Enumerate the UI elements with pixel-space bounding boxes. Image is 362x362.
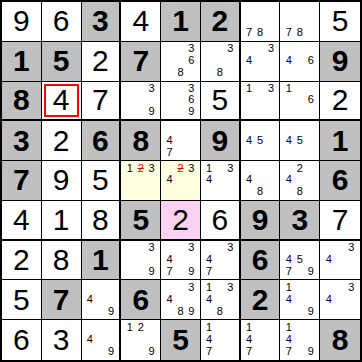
cell-r6c6[interactable]: 6 [201,201,241,241]
pencil-marks: 368 [161,42,200,81]
cell-r3c9[interactable]: 2 [320,82,360,122]
pencil-marks: 49 [82,320,120,360]
candidate-4: 4 [244,333,255,345]
cell-r5c8[interactable]: 248 [280,161,320,201]
given-digit: 5 [132,205,149,235]
cell-r1c2[interactable]: 6 [42,2,82,42]
candidate-9: 9 [146,346,157,358]
cell-r3c8[interactable]: 16 [280,82,320,122]
cell-r8c8[interactable]: 149 [280,280,320,320]
cell-r4c4[interactable]: 8 [121,121,161,161]
candidate-4: 4 [204,333,215,345]
pencil-marks: 46 [280,42,319,81]
cell-r3c1[interactable]: 8 [2,82,42,122]
cell-r9c6[interactable]: 147 [201,320,241,360]
cell-r2c7[interactable]: 34 [241,42,281,82]
candidate-1: 1 [124,321,135,333]
cell-r1c6[interactable]: 2 [201,2,241,42]
candidate-4: 4 [164,174,175,186]
cell-r9c8[interactable]: 1479 [280,320,320,360]
pencil-marks: 234 [161,161,200,200]
pencil-marks: 147 [201,320,239,360]
cell-r7c5[interactable]: 3479 [161,241,201,281]
pencil-marks: 48 [241,161,280,200]
candidate-3: 3 [266,83,277,95]
cell-r4c9[interactable]: 1 [320,121,360,161]
candidate-9: 9 [186,106,197,118]
candidate-2: 2 [135,321,146,333]
candidate-4: 4 [244,134,255,146]
cell-r7c3[interactable]: 1 [82,241,122,281]
sudoku-board: 9634127878515273683834469847393695131623… [0,0,362,362]
candidate-9: 9 [186,305,197,317]
candidate-7: 7 [283,266,294,278]
candidate-7: 7 [204,266,215,278]
candidate-4: 4 [323,254,334,266]
cell-r4c3[interactable]: 6 [82,121,122,161]
cell-r2c4[interactable]: 7 [121,42,161,82]
candidate-1: 1 [283,83,294,95]
candidate-3: 3 [146,162,157,174]
candidate-3: 3 [146,83,157,95]
candidate-2-eliminated: 2 [175,162,186,174]
candidate-4: 4 [283,174,294,186]
given-digit: 1 [92,245,109,275]
cell-r8c9[interactable]: 34 [320,280,360,320]
given-digit: 9 [252,205,269,235]
given-digit: 1 [13,46,30,76]
given-digit: 6 [332,165,349,195]
cell-r6c8[interactable]: 3 [280,201,320,241]
cell-r6c9[interactable]: 7 [320,201,360,241]
candidate-4: 4 [204,174,215,186]
candidate-6: 6 [186,55,197,67]
pencil-marks: 38 [201,42,239,81]
candidate-5: 5 [294,254,305,266]
pencil-marks: 3489 [161,280,200,319]
cell-r1c4[interactable]: 4 [121,2,161,42]
solved-digit: 8 [53,245,70,275]
candidate-7: 7 [244,27,255,39]
pencil-marks: 39 [121,241,160,280]
solved-digit: 4 [53,85,70,115]
candidate-5: 5 [294,134,305,146]
cell-r7c7[interactable]: 6 [241,241,281,281]
given-digit: 6 [252,245,269,275]
cell-r7c9[interactable]: 34 [320,241,360,281]
pencil-marks: 34 [241,42,280,81]
cell-r9c1[interactable]: 6 [2,320,42,360]
candidate-9: 9 [146,266,157,278]
given-digit: 9 [332,46,349,76]
candidate-1: 1 [204,321,215,333]
cell-r7c8[interactable]: 4579 [280,241,320,281]
pencil-marks: 248 [280,161,319,200]
cell-r2c9[interactable]: 9 [320,42,360,82]
candidate-4: 4 [244,174,255,186]
cell-r8c1[interactable]: 5 [2,280,42,320]
cell-r7c6[interactable]: 347 [201,241,241,281]
candidate-3: 3 [225,43,236,55]
pencil-marks: 1348 [201,280,239,319]
candidate-7: 7 [283,346,294,358]
cell-r1c3[interactable]: 3 [82,2,122,42]
given-digit: 5 [172,325,189,355]
candidate-3: 3 [225,242,236,254]
pencil-marks: 3479 [161,241,200,280]
candidate-4: 4 [283,134,294,146]
solved-digit: 2 [332,85,349,115]
candidate-5: 5 [255,134,266,146]
candidate-1: 1 [283,321,294,333]
candidate-4: 4 [85,293,96,305]
pencil-marks: 49 [82,280,120,319]
cell-r8c4[interactable]: 6 [121,280,161,320]
given-digit: 6 [92,126,109,156]
candidate-7: 7 [244,346,255,358]
candidate-4: 4 [85,333,96,345]
candidate-8: 8 [175,67,186,79]
given-digit: 8 [132,126,149,156]
cell-r9c3[interactable]: 49 [82,320,122,360]
solved-digit: 5 [211,85,228,115]
pencil-marks: 1479 [280,320,319,360]
candidate-3: 3 [146,242,157,254]
solved-digit: 2 [53,126,70,156]
given-digit: 3 [291,205,308,235]
candidate-4: 4 [283,333,294,345]
given-digit: 2 [252,285,269,315]
solved-digit: 9 [53,165,70,195]
cell-r3c3[interactable]: 7 [82,82,122,122]
candidate-4: 4 [283,254,294,266]
solved-digit: 6 [211,205,228,235]
candidate-8: 8 [214,67,225,79]
cell-r6c4[interactable]: 5 [121,201,161,241]
cell-r7c1[interactable]: 2 [2,241,42,281]
cell-r8c2[interactable]: 7 [42,280,82,320]
pencil-marks: 45 [280,121,319,160]
solved-digit: 7 [332,205,349,235]
cell-r8c6[interactable]: 1348 [201,280,241,320]
pencil-marks: 78 [280,2,319,41]
solved-digit: 6 [13,325,30,355]
cell-r2c1[interactable]: 1 [2,42,42,82]
pencil-marks: 134 [201,161,239,200]
cell-r5c7[interactable]: 48 [241,161,281,201]
cell-r1c7[interactable]: 78 [241,2,281,42]
candidate-3: 3 [186,83,197,95]
solved-digit: 7 [92,85,109,115]
given-digit: 5 [53,46,70,76]
pencil-marks: 149 [280,280,319,319]
solved-digit: 6 [53,6,70,36]
cell-r6c2[interactable]: 1 [42,201,82,241]
cell-r8c7[interactable]: 2 [241,280,281,320]
given-digit: 1 [172,6,189,36]
candidate-1: 1 [244,321,255,333]
candidate-6: 6 [186,94,197,106]
solved-digit: 2 [13,245,30,275]
candidate-9: 9 [106,305,117,317]
candidate-8: 8 [255,186,266,198]
candidate-6: 6 [305,94,316,106]
cell-r4c2[interactable]: 2 [42,121,82,161]
candidate-4: 4 [164,254,175,266]
cell-r4c5[interactable]: 47 [161,121,201,161]
cell-r2c8[interactable]: 46 [280,42,320,82]
candidate-1: 1 [124,162,135,174]
pencil-marks: 47 [161,121,200,160]
candidate-4: 4 [204,254,215,266]
candidate-4: 4 [244,55,255,67]
cell-r1c1[interactable]: 9 [2,2,42,42]
cell-r9c9[interactable]: 8 [320,320,360,360]
cell-r3c4[interactable]: 39 [121,82,161,122]
cell-r5c9[interactable]: 6 [320,161,360,201]
given-digit: 7 [132,46,149,76]
given-digit: 7 [53,285,70,315]
candidate-3: 3 [266,43,277,55]
cell-r4c8[interactable]: 45 [280,121,320,161]
candidate-4: 4 [204,293,215,305]
candidate-4: 4 [323,293,334,305]
candidate-1: 1 [204,281,215,293]
candidate-8: 8 [175,305,186,317]
solved-digit: 2 [172,205,189,235]
candidate-3: 3 [186,242,197,254]
cell-r3c2[interactable]: 4 [42,82,82,122]
cell-r2c3[interactable]: 2 [82,42,122,82]
given-digit: 1 [332,126,349,156]
cell-r5c1[interactable]: 7 [2,161,42,201]
pencil-marks: 369 [161,82,200,120]
cell-r5c6[interactable]: 134 [201,161,241,201]
given-digit: 8 [332,325,349,355]
cell-r5c4[interactable]: 123 [121,161,161,201]
solved-digit: 4 [132,6,149,36]
cell-r3c5[interactable]: 369 [161,82,201,122]
given-digit: 2 [211,6,228,36]
cell-r4c7[interactable]: 45 [241,121,281,161]
solved-digit: 4 [13,205,30,235]
pencil-marks: 34 [320,280,360,319]
candidate-4: 4 [283,55,294,67]
candidate-8: 8 [294,186,305,198]
pencil-marks: 129 [121,320,160,360]
cell-r8c5[interactable]: 3489 [161,280,201,320]
candidate-3: 3 [186,43,197,55]
candidate-9: 9 [305,305,316,317]
candidate-3: 3 [186,281,197,293]
candidate-9: 9 [106,346,117,358]
candidate-2-eliminated: 2 [135,162,146,174]
cell-r9c7[interactable]: 147 [241,320,281,360]
candidate-7: 7 [283,27,294,39]
given-digit: 3 [13,126,30,156]
pencil-marks: 45 [241,121,280,160]
cell-r5c3[interactable]: 5 [82,161,122,201]
given-digit: 8 [13,85,30,115]
candidate-9: 9 [305,266,316,278]
candidate-3: 3 [346,281,357,293]
cell-r4c6[interactable]: 9 [201,121,241,161]
pencil-marks: 34 [320,241,360,280]
cell-r7c2[interactable]: 8 [42,241,82,281]
candidate-4: 4 [164,134,175,146]
given-digit: 7 [13,165,30,195]
pencil-marks: 39 [121,82,160,120]
cell-r6c5[interactable]: 2 [161,201,201,241]
candidate-7: 7 [204,346,215,358]
cell-r3c7[interactable]: 13 [241,82,281,122]
candidate-8: 8 [255,27,266,39]
candidate-3: 3 [225,162,236,174]
given-digit: 3 [92,6,109,36]
cell-r6c1[interactable]: 4 [2,201,42,241]
candidate-1: 1 [204,162,215,174]
cell-r7c4[interactable]: 39 [121,241,161,281]
pencil-marks: 13 [241,82,280,120]
solved-digit: 8 [92,205,109,235]
cell-r9c4[interactable]: 129 [121,320,161,360]
solved-digit: 5 [332,6,349,36]
pencil-marks: 147 [241,320,280,360]
pencil-marks: 16 [280,82,319,120]
pencil-marks: 123 [121,161,160,200]
given-digit: 9 [211,126,228,156]
cell-r5c5[interactable]: 234 [161,161,201,201]
candidate-3: 3 [346,242,357,254]
candidate-8: 8 [214,305,225,317]
candidate-3: 3 [186,162,197,174]
candidate-7: 7 [164,266,175,278]
cell-r6c7[interactable]: 9 [241,201,281,241]
solved-digit: 5 [13,285,30,315]
solved-digit: 5 [92,165,109,195]
cell-r1c9[interactable]: 5 [320,2,360,42]
cell-r2c6[interactable]: 38 [201,42,241,82]
pencil-marks: 347 [201,241,239,280]
candidate-4: 4 [283,293,294,305]
candidate-9: 9 [186,266,197,278]
candidate-6: 6 [305,55,316,67]
given-digit: 6 [132,285,149,315]
solved-digit: 3 [53,325,70,355]
candidate-1: 1 [244,83,255,95]
candidate-9: 9 [146,106,157,118]
candidate-9: 9 [305,346,316,358]
cell-r5c2[interactable]: 9 [42,161,82,201]
candidate-3: 3 [225,281,236,293]
solved-digit: 2 [92,46,109,76]
pencil-marks: 4579 [280,241,319,280]
cell-r1c8[interactable]: 78 [280,2,320,42]
cell-r6c3[interactable]: 8 [82,201,122,241]
cell-r9c5[interactable]: 5 [161,320,201,360]
cell-r4c1[interactable]: 3 [2,121,42,161]
cell-r2c2[interactable]: 5 [42,42,82,82]
cell-r9c2[interactable]: 3 [42,320,82,360]
cell-r1c5[interactable]: 1 [161,2,201,42]
candidate-2: 2 [294,162,305,174]
candidate-4: 4 [164,293,175,305]
cell-r3c6[interactable]: 5 [201,82,241,122]
solved-digit: 9 [13,6,30,36]
candidate-7: 7 [164,146,175,158]
candidate-1: 1 [283,281,294,293]
cell-r2c5[interactable]: 368 [161,42,201,82]
pencil-marks: 78 [241,2,280,41]
solved-digit: 1 [53,205,70,235]
cell-r8c3[interactable]: 49 [82,280,122,320]
candidate-8: 8 [294,27,305,39]
